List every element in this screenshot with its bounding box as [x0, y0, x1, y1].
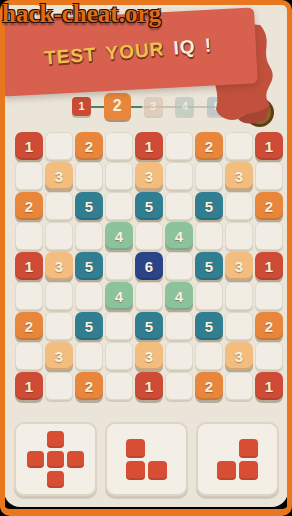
shape-card-j[interactable] [196, 422, 279, 496]
board-cell-empty[interactable] [165, 252, 193, 280]
board-cell-empty[interactable] [165, 312, 193, 340]
shape-gap [67, 431, 84, 448]
board-cell-empty[interactable] [255, 282, 283, 310]
shape-gap [148, 439, 167, 458]
shape-grid [27, 431, 84, 488]
board-tile-3[interactable]: 3 [225, 252, 253, 280]
board-tile-1[interactable]: 1 [255, 372, 283, 400]
shape-block [47, 431, 64, 448]
board-cell-empty[interactable] [195, 222, 223, 250]
board-cell-empty[interactable] [45, 132, 73, 160]
board-cell-empty[interactable] [135, 222, 163, 250]
board-cell-empty[interactable] [225, 222, 253, 250]
board-cell-empty[interactable] [45, 192, 73, 220]
board-cell-empty[interactable] [105, 192, 133, 220]
board-cell-empty[interactable] [255, 342, 283, 370]
shape-grid [217, 439, 258, 480]
board-cell-empty[interactable] [15, 342, 43, 370]
board-cell-empty[interactable] [105, 132, 133, 160]
board-cell-empty[interactable] [225, 192, 253, 220]
shape-grid [126, 439, 167, 480]
shape-card-plus[interactable] [14, 422, 97, 496]
board-cell-empty[interactable] [195, 342, 223, 370]
board-tile-5[interactable]: 5 [195, 192, 223, 220]
level-tile-2: 2 [104, 93, 131, 120]
board-tile-3[interactable]: 3 [45, 252, 73, 280]
board-cell-empty[interactable] [45, 282, 73, 310]
level-tile-4: 4 [175, 97, 194, 116]
board-cell-empty[interactable] [45, 372, 73, 400]
screenshot-stage: 123456 TEST YOUR IQ ! 121213332555244135… [0, 0, 292, 516]
board: 1212133325552441356531442555233312121 [15, 132, 283, 400]
board-cell-empty[interactable] [15, 282, 43, 310]
board-tile-5[interactable]: 5 [135, 192, 163, 220]
board-cell-empty[interactable] [255, 162, 283, 190]
banner-title: TEST YOUR IQ ! [43, 34, 213, 69]
shape-block [47, 471, 64, 488]
board-tile-1[interactable]: 1 [255, 252, 283, 280]
board-cell-empty[interactable] [105, 162, 133, 190]
board-tile-3[interactable]: 3 [225, 162, 253, 190]
board-tile-2[interactable]: 2 [255, 192, 283, 220]
board-cell-empty[interactable] [225, 282, 253, 310]
shape-gap [27, 431, 44, 448]
shape-block [239, 439, 258, 458]
shape-block [126, 461, 145, 480]
watermark-text: hack-cheat.org [2, 0, 161, 28]
shape-block [148, 461, 167, 480]
level-tile-3: 3 [144, 97, 163, 116]
level-tile-1: 1 [72, 97, 91, 116]
shape-gap [27, 471, 44, 488]
board-tile-6[interactable]: 6 [135, 252, 163, 280]
board-tile-3[interactable]: 3 [45, 162, 73, 190]
board-cell-empty[interactable] [165, 342, 193, 370]
board-tile-5[interactable]: 5 [195, 312, 223, 340]
board-cell-empty[interactable] [75, 282, 103, 310]
shape-card-l[interactable] [105, 422, 188, 496]
board-tile-2[interactable]: 2 [15, 192, 43, 220]
shape-block [67, 451, 84, 468]
board-cell-empty[interactable] [165, 192, 193, 220]
board-tile-4[interactable]: 4 [105, 222, 133, 250]
shape-tray [4, 422, 288, 500]
board-cell-empty[interactable] [225, 372, 253, 400]
board-tile-3[interactable]: 3 [225, 342, 253, 370]
board-cell-empty[interactable] [195, 282, 223, 310]
board-cell-empty[interactable] [255, 222, 283, 250]
board-tile-3[interactable]: 3 [45, 342, 73, 370]
board-tile-1[interactable]: 1 [135, 132, 163, 160]
board-cell-empty[interactable] [105, 342, 133, 370]
board-tile-2[interactable]: 2 [75, 132, 103, 160]
shape-block [126, 439, 145, 458]
board-tile-5[interactable]: 5 [75, 192, 103, 220]
board-tile-1[interactable]: 1 [135, 372, 163, 400]
board-tile-5[interactable]: 5 [75, 312, 103, 340]
board-tile-1[interactable]: 1 [15, 132, 43, 160]
shape-block [47, 451, 64, 468]
board-tile-4[interactable]: 4 [165, 222, 193, 250]
board-cell-empty[interactable] [165, 132, 193, 160]
board-cell-empty[interactable] [105, 252, 133, 280]
board-cell-empty[interactable] [105, 312, 133, 340]
shape-gap [217, 439, 236, 458]
board-tile-4[interactable]: 4 [165, 282, 193, 310]
shape-gap [67, 471, 84, 488]
board-cell-empty[interactable] [15, 222, 43, 250]
board-tile-5[interactable]: 5 [75, 252, 103, 280]
board-tile-2[interactable]: 2 [195, 132, 223, 160]
board-tile-5[interactable]: 5 [135, 312, 163, 340]
board-tile-1[interactable]: 1 [15, 372, 43, 400]
board-cell-empty[interactable] [165, 372, 193, 400]
board-cell-empty[interactable] [45, 222, 73, 250]
board-tile-1[interactable]: 1 [255, 132, 283, 160]
board-tile-2[interactable]: 2 [255, 312, 283, 340]
banner-title-accent: IQ ! [172, 34, 212, 58]
board-cell-empty[interactable] [135, 282, 163, 310]
board-tile-2[interactable]: 2 [15, 312, 43, 340]
shape-block [27, 451, 44, 468]
board-tile-2[interactable]: 2 [195, 372, 223, 400]
app-screen: 123456 TEST YOUR IQ ! 121213332555244135… [4, 3, 288, 507]
board-tile-3[interactable]: 3 [135, 162, 163, 190]
board-cell-empty[interactable] [105, 372, 133, 400]
board-cell-empty[interactable] [45, 312, 73, 340]
board-tile-2[interactable]: 2 [75, 372, 103, 400]
board-tile-3[interactable]: 3 [135, 342, 163, 370]
board-cell-empty[interactable] [165, 162, 193, 190]
shape-block [239, 461, 258, 480]
banner-title-primary: TEST YOUR [43, 38, 165, 68]
board-cell-empty[interactable] [225, 312, 253, 340]
board-cell-empty[interactable] [225, 132, 253, 160]
board-cell-empty[interactable] [75, 162, 103, 190]
board-cell-empty[interactable] [75, 342, 103, 370]
board-tile-1[interactable]: 1 [15, 252, 43, 280]
shape-block [217, 461, 236, 480]
board-cell-empty[interactable] [75, 222, 103, 250]
board-cell-empty[interactable] [195, 162, 223, 190]
board-tile-4[interactable]: 4 [105, 282, 133, 310]
board-tile-5[interactable]: 5 [195, 252, 223, 280]
board-cell-empty[interactable] [15, 162, 43, 190]
